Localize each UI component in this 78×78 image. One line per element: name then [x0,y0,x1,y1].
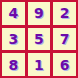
magic-square-board: 4 9 2 3 5 7 8 1 6 [0,0,78,78]
cell-r0c1: 9 [28,2,51,25]
cell-r1c0: 3 [2,28,25,51]
cell-r1c1: 5 [28,28,51,51]
cell-r2c1: 1 [28,53,51,76]
cell-r0c0: 4 [2,2,25,25]
cell-r2c2: 6 [53,53,76,76]
cell-r2c0: 8 [2,53,25,76]
cell-r1c2: 7 [53,28,76,51]
cell-r0c2: 2 [53,2,76,25]
